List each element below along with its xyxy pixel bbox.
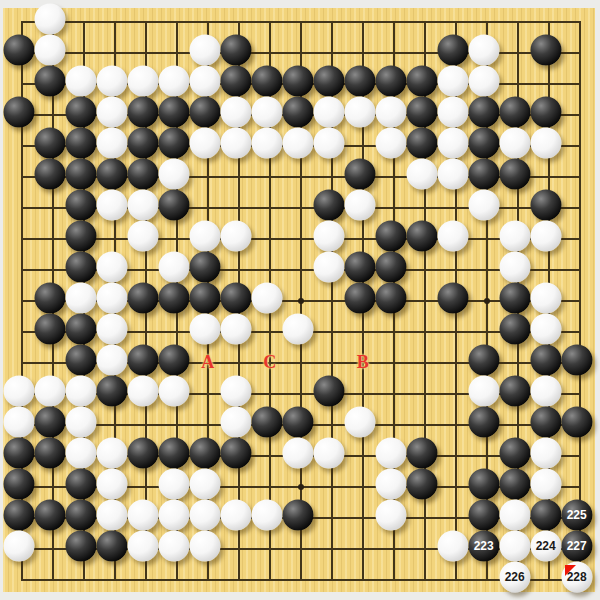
white-stone (344, 189, 375, 220)
white-stone (96, 344, 127, 375)
black-stone (189, 96, 220, 127)
black-stone (158, 282, 189, 313)
black-stone (530, 499, 561, 530)
black-stone (65, 127, 96, 158)
white-stone (189, 127, 220, 158)
white-stone (437, 96, 468, 127)
black-stone (251, 406, 282, 437)
black-stone (96, 158, 127, 189)
black-stone (65, 530, 96, 561)
white-stone (499, 530, 530, 561)
black-stone (34, 65, 65, 96)
black-stone (468, 127, 499, 158)
white-stone: 226 (499, 561, 530, 592)
black-stone (65, 313, 96, 344)
white-stone (127, 499, 158, 530)
white-stone (406, 158, 437, 189)
black-stone (34, 313, 65, 344)
black-stone (406, 220, 437, 251)
black-stone (282, 406, 313, 437)
white-stone (468, 34, 499, 65)
black-stone (282, 499, 313, 530)
black-stone (530, 96, 561, 127)
black-stone (530, 189, 561, 220)
black-stone (65, 468, 96, 499)
point-letter-A[interactable]: A (201, 351, 214, 372)
black-stone (3, 468, 34, 499)
white-stone (313, 220, 344, 251)
black-stone (344, 282, 375, 313)
white-stone (468, 65, 499, 96)
black-stone (127, 96, 158, 127)
black-stone (220, 282, 251, 313)
white-stone (158, 65, 189, 96)
white-stone (282, 313, 313, 344)
white-stone (344, 406, 375, 437)
black-stone (34, 127, 65, 158)
black-stone (65, 499, 96, 530)
white-stone (96, 437, 127, 468)
black-stone (468, 96, 499, 127)
black-stone (127, 158, 158, 189)
black-stone (3, 499, 34, 530)
black-stone: 227 (561, 530, 592, 561)
white-stone (468, 375, 499, 406)
black-stone (65, 189, 96, 220)
white-stone (127, 65, 158, 96)
move-number-label: 225 (567, 509, 587, 521)
black-stone (468, 468, 499, 499)
white-stone (375, 468, 406, 499)
black-stone (561, 406, 592, 437)
point-letter-C[interactable]: C (263, 351, 276, 372)
black-stone (499, 375, 530, 406)
white-stone (158, 375, 189, 406)
white-stone (437, 530, 468, 561)
white-stone (437, 65, 468, 96)
black-stone: 225 (561, 499, 592, 530)
black-stone (34, 282, 65, 313)
black-stone (34, 158, 65, 189)
white-stone (437, 158, 468, 189)
white-stone (96, 251, 127, 282)
black-stone (34, 499, 65, 530)
black-stone (468, 499, 499, 530)
white-stone (3, 375, 34, 406)
white-stone (499, 251, 530, 282)
white-stone (34, 3, 65, 34)
black-stone (437, 34, 468, 65)
black-stone (468, 344, 499, 375)
white-stone (34, 34, 65, 65)
white-stone (34, 375, 65, 406)
white-stone (530, 437, 561, 468)
black-stone (406, 96, 437, 127)
star-point (298, 484, 304, 490)
white-stone (65, 65, 96, 96)
white-stone (530, 313, 561, 344)
white-stone (127, 189, 158, 220)
white-stone (313, 96, 344, 127)
white-stone (127, 220, 158, 251)
black-stone (561, 344, 592, 375)
white-stone (65, 375, 96, 406)
white-stone (189, 499, 220, 530)
white-stone (220, 375, 251, 406)
move-number-label: 224 (536, 540, 556, 552)
black-stone (96, 375, 127, 406)
white-stone (158, 468, 189, 499)
black-stone (127, 127, 158, 158)
black-stone (282, 96, 313, 127)
white-stone (375, 96, 406, 127)
black-stone (375, 282, 406, 313)
black-stone (530, 406, 561, 437)
black-stone (127, 282, 158, 313)
white-stone (220, 96, 251, 127)
black-stone (530, 344, 561, 375)
black-stone (499, 282, 530, 313)
black-stone (96, 530, 127, 561)
move-number-label: 227 (567, 540, 587, 552)
white-stone (220, 127, 251, 158)
black-stone (127, 344, 158, 375)
black-stone (3, 34, 34, 65)
white-stone (437, 220, 468, 251)
white-stone (530, 468, 561, 499)
black-stone (34, 437, 65, 468)
black-stone (158, 437, 189, 468)
white-stone (158, 158, 189, 189)
black-stone (3, 437, 34, 468)
white-stone (313, 251, 344, 282)
black-stone (65, 158, 96, 189)
black-stone (313, 65, 344, 96)
white-stone (189, 220, 220, 251)
black-stone (406, 127, 437, 158)
point-letter-B[interactable]: B (357, 351, 369, 372)
white-stone (344, 96, 375, 127)
black-stone (158, 127, 189, 158)
black-stone (499, 158, 530, 189)
black-stone (344, 65, 375, 96)
white-stone (530, 127, 561, 158)
black-stone (313, 189, 344, 220)
star-point (484, 298, 490, 304)
black-stone (530, 34, 561, 65)
white-stone: 224 (530, 530, 561, 561)
move-number-label: 226 (505, 571, 525, 583)
white-stone (282, 127, 313, 158)
black-stone (375, 220, 406, 251)
black-stone (189, 437, 220, 468)
white-stone (189, 468, 220, 499)
white-stone (96, 127, 127, 158)
black-stone (220, 437, 251, 468)
white-stone (499, 127, 530, 158)
white-stone (530, 375, 561, 406)
white-stone (65, 437, 96, 468)
white-stone (251, 499, 282, 530)
white-stone (437, 127, 468, 158)
grid-line-horizontal (21, 579, 581, 581)
white-stone (375, 499, 406, 530)
black-stone (468, 158, 499, 189)
white-stone (468, 189, 499, 220)
black-stone (406, 468, 437, 499)
black-stone (344, 251, 375, 282)
black-stone: 223 (468, 530, 499, 561)
white-stone (3, 406, 34, 437)
white-stone (313, 437, 344, 468)
white-stone (220, 220, 251, 251)
white-stone (189, 530, 220, 561)
last-move-triangle-marker (565, 565, 576, 576)
white-stone (220, 406, 251, 437)
black-stone (282, 65, 313, 96)
black-stone (34, 406, 65, 437)
black-stone (220, 65, 251, 96)
black-stone (313, 375, 344, 406)
black-stone (437, 282, 468, 313)
white-stone (65, 282, 96, 313)
black-stone (375, 65, 406, 96)
white-stone (499, 499, 530, 530)
white-stone (96, 313, 127, 344)
star-point (298, 298, 304, 304)
black-stone (468, 406, 499, 437)
white-stone (65, 406, 96, 437)
white-stone (127, 375, 158, 406)
white-stone (530, 282, 561, 313)
white-stone (158, 530, 189, 561)
black-stone (406, 65, 437, 96)
black-stone (499, 437, 530, 468)
black-stone (65, 96, 96, 127)
white-stone (189, 34, 220, 65)
white-stone (499, 220, 530, 251)
black-stone (3, 96, 34, 127)
white-stone (313, 127, 344, 158)
white-stone (96, 282, 127, 313)
black-stone (189, 282, 220, 313)
black-stone (375, 251, 406, 282)
black-stone (189, 251, 220, 282)
black-stone (65, 220, 96, 251)
black-stone (499, 468, 530, 499)
white-stone (189, 313, 220, 344)
white-stone (220, 499, 251, 530)
move-number-label: 223 (474, 540, 494, 552)
white-stone (375, 437, 406, 468)
black-stone (220, 34, 251, 65)
black-stone (65, 344, 96, 375)
black-stone (499, 313, 530, 344)
white-stone (158, 251, 189, 282)
white-stone (251, 96, 282, 127)
white-stone (251, 127, 282, 158)
white-stone (375, 127, 406, 158)
black-stone (127, 437, 158, 468)
white-stone (96, 65, 127, 96)
black-stone (158, 344, 189, 375)
black-stone (406, 437, 437, 468)
black-stone (344, 158, 375, 189)
white-stone (3, 530, 34, 561)
black-stone (158, 189, 189, 220)
white-stone (282, 437, 313, 468)
white-stone (96, 468, 127, 499)
black-stone (499, 96, 530, 127)
black-stone (158, 96, 189, 127)
white-stone (96, 96, 127, 127)
black-stone (251, 65, 282, 96)
black-stone (65, 251, 96, 282)
grid-line-vertical (579, 21, 581, 581)
white-stone (96, 499, 127, 530)
go-board-screenshot: 225223224227226228 ACB (0, 0, 600, 600)
white-stone (96, 189, 127, 220)
white-stone (251, 282, 282, 313)
white-stone (530, 220, 561, 251)
white-stone (189, 65, 220, 96)
white-stone (127, 530, 158, 561)
white-stone (220, 313, 251, 344)
white-stone (158, 499, 189, 530)
